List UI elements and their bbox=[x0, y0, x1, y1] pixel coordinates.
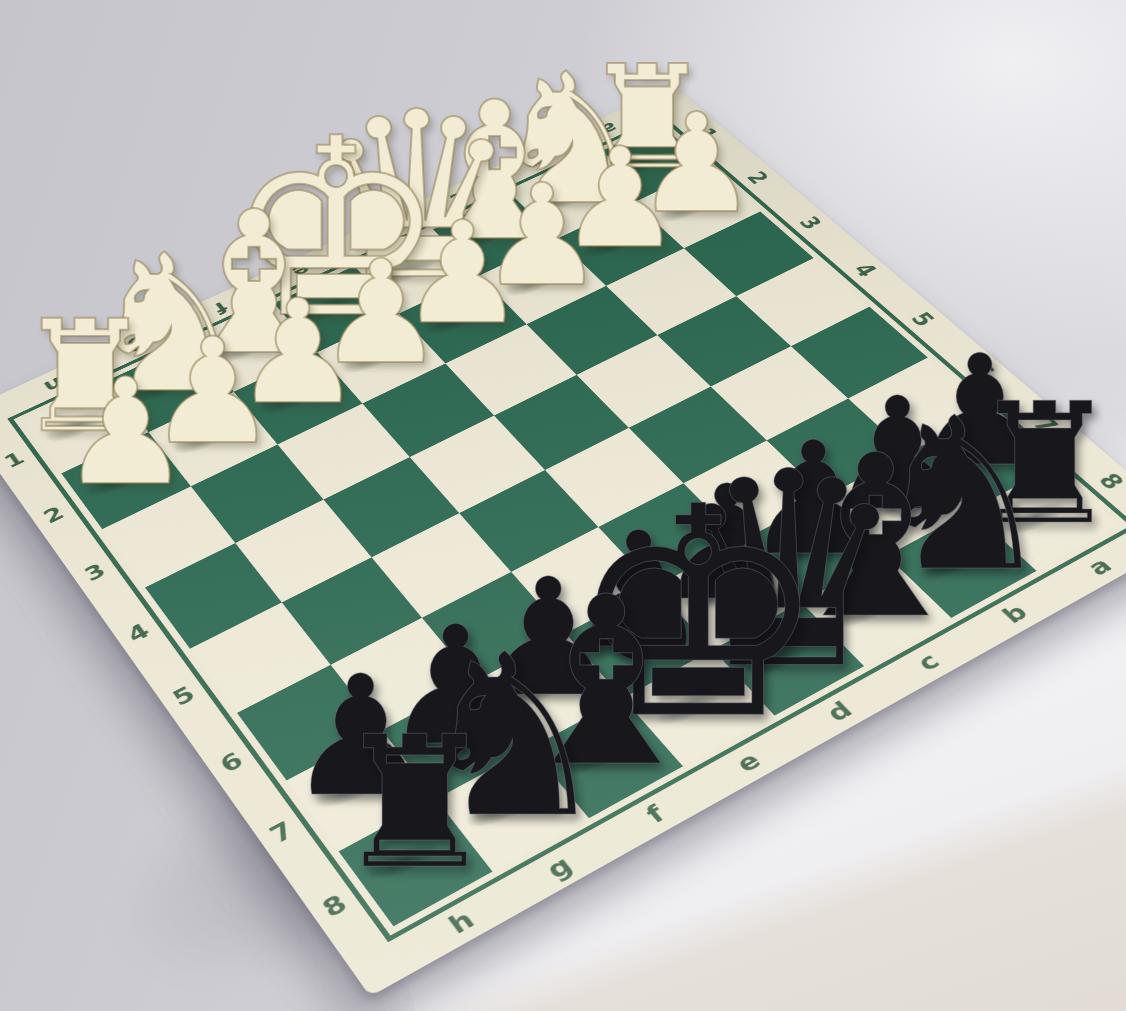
piece-black-rook-h8[interactable]: ♜ bbox=[333, 712, 496, 894]
piece-white-pawn-h2[interactable]: ♟ bbox=[60, 359, 192, 506]
photo-scene: hgfedcba hgfedcba 12345678 12345678 ♜♞♝♚… bbox=[0, 0, 1126, 1011]
pieces-layer: ♜♞♝♚♛♝♞♜♟♟♟♟♟♟♟♟♟♟♟♟♟♟♟♟♜♞♝♚♛♝♞♜ bbox=[0, 0, 1126, 1011]
